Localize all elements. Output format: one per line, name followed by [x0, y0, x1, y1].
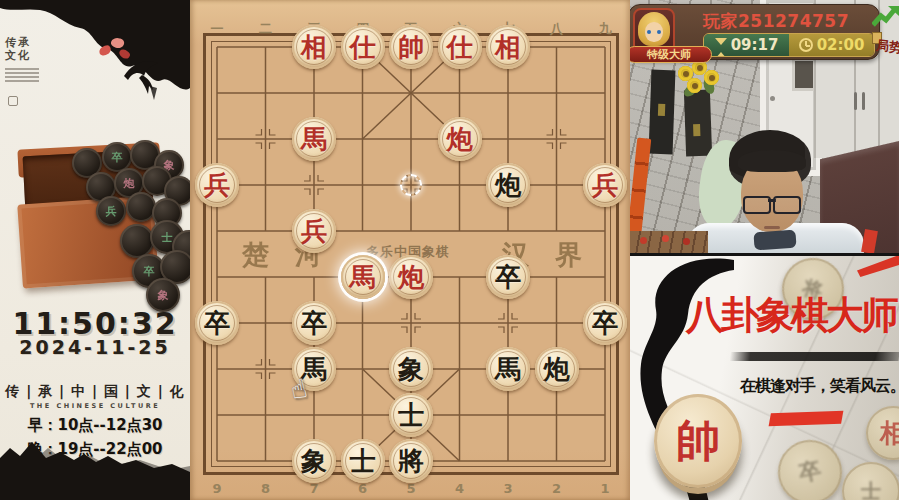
slogan-en: THE CHINESE CULTURE — [0, 402, 190, 410]
box-piece: 兵 — [96, 196, 126, 226]
piece-兵[interactable]: 兵 — [583, 163, 627, 207]
piece-帥[interactable]: 帥 — [389, 25, 433, 69]
file-label-bottom: 6 — [352, 481, 374, 496]
file-label-top: 一 — [206, 20, 228, 38]
glasses — [742, 196, 802, 212]
file-label-bottom: 7 — [303, 481, 325, 496]
player-info-bar: 特级大师 玩家251274757 09:17 02:00 — [630, 4, 880, 60]
timer-bar: 09:17 02:00 — [703, 33, 875, 57]
file-label-bottom: 9 — [206, 481, 228, 496]
picture-frame — [649, 70, 676, 155]
piece-卒[interactable]: 卒 — [195, 301, 239, 345]
last-move-origin-marker — [400, 174, 422, 196]
file-label-bottom: 3 — [497, 481, 519, 496]
culture-panel: 传承 文化 卒象炮兵士卒象 11:50:32 2024-11-25 传 | 承 … — [0, 0, 190, 500]
chess-box-photo: 卒象炮兵士卒象 — [14, 144, 166, 286]
file-label-top: 八 — [546, 20, 568, 38]
ad-subtitle: 在棋逢对手，笑看风云。 — [740, 376, 899, 397]
piece-兵[interactable]: 兵 — [292, 209, 336, 253]
file-label-bottom: 1 — [594, 481, 616, 496]
door-knob — [770, 96, 775, 101]
file-label-bottom: 2 — [546, 481, 568, 496]
move-time: 02:00 — [817, 36, 865, 54]
box-piece — [126, 192, 156, 222]
piece-炮[interactable]: 炮 — [438, 117, 482, 161]
situation-label: 局势 — [875, 37, 899, 58]
piece-卒[interactable]: 卒 — [486, 255, 530, 299]
piece-炮[interactable]: 炮 — [389, 255, 433, 299]
piece-馬[interactable]: 馬 — [292, 117, 336, 161]
slogan-cn: 传 | 承 | 中 | 国 | 文 | 化 — [0, 383, 190, 401]
rank-badge: 特级大师 — [630, 46, 712, 63]
piece-象[interactable]: 象 — [292, 439, 336, 483]
ad-banner[interactable]: 将 卒 士 相 八卦象棋大师 在棋逢对手，笑看风云。 帥 — [630, 253, 899, 500]
piece-炮[interactable]: 炮 — [535, 347, 579, 391]
wood-table — [630, 231, 708, 253]
clock-icon — [799, 38, 813, 52]
hourglass-icon — [715, 38, 727, 53]
shuai-piece-art: 帥 — [654, 394, 742, 488]
seal-mark-icon — [8, 96, 18, 106]
piece-卒[interactable]: 卒 — [292, 301, 336, 345]
piece-卒[interactable]: 卒 — [583, 301, 627, 345]
piece-兵[interactable]: 兵 — [195, 163, 239, 207]
piece-馬[interactable]: 馬 — [341, 255, 385, 299]
scarf — [753, 230, 796, 251]
piece-仕[interactable]: 仕 — [341, 25, 385, 69]
stream-screen: 传承 文化 卒象炮兵士卒象 11:50:32 2024-11-25 传 | 承 … — [0, 0, 899, 500]
file-label-bottom: 8 — [255, 481, 277, 496]
streamer-fringe — [738, 150, 806, 172]
trend-arrow-icon — [872, 6, 899, 30]
situation-button[interactable]: 局势 — [872, 6, 899, 60]
file-label-bottom: 5 — [400, 481, 422, 496]
file-label-bottom: 4 — [449, 481, 471, 496]
red-underline — [769, 411, 844, 427]
sunflowers — [678, 60, 722, 104]
wardrobe-handle — [854, 92, 857, 110]
swallow-bird-art — [122, 56, 166, 98]
wardrobe-handle — [862, 92, 865, 110]
piece-象[interactable]: 象 — [389, 347, 433, 391]
mouth — [764, 226, 780, 229]
wall-picture — [792, 58, 816, 91]
piece-相[interactable]: 相 — [292, 25, 336, 69]
piece-士[interactable]: 士 — [341, 439, 385, 483]
xiangqi-board[interactable]: 一二三四五六七八九 987654321 楚河 汉界 多乐中国象棋 相仕帥仕相馬炮… — [190, 0, 630, 500]
ad-title: 八卦象棋大师 — [686, 290, 899, 341]
piece-相[interactable]: 相 — [486, 25, 530, 69]
webcam-view: 特级大师 玩家251274757 09:17 02:00 局势 — [630, 0, 899, 253]
piece-仕[interactable]: 仕 — [438, 25, 482, 69]
brand-caption-lines — [5, 66, 39, 84]
file-label-top: 九 — [594, 20, 616, 38]
live-date: 2024-11-25 — [0, 336, 190, 358]
box-piece — [120, 224, 154, 258]
player-name: 玩家251274757 — [703, 10, 849, 33]
piece-將[interactable]: 將 — [389, 439, 433, 483]
ink-streak — [730, 352, 899, 361]
total-time: 09:17 — [731, 36, 779, 54]
piece-馬[interactable]: 馬 — [486, 347, 530, 391]
brand-text: 传承 文化 — [5, 36, 31, 62]
piece-士[interactable]: 士 — [389, 393, 433, 437]
piece-炮[interactable]: 炮 — [486, 163, 530, 207]
file-label-top: 二 — [255, 20, 277, 38]
ink-mountains-art — [0, 430, 190, 500]
